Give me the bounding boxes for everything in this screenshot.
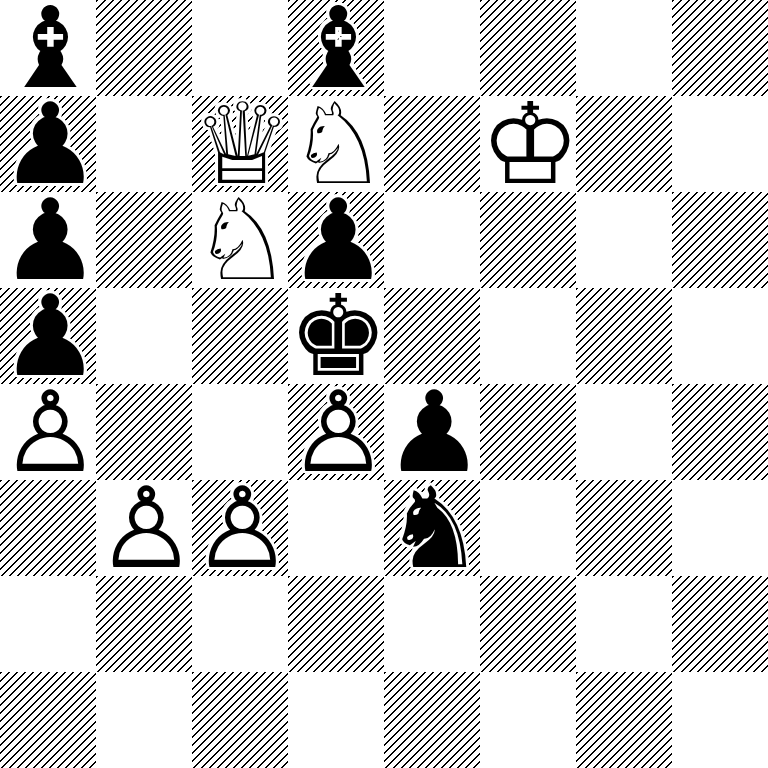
square-a3[interactable] — [0, 480, 96, 576]
square-e7[interactable] — [384, 96, 480, 192]
square-f3[interactable] — [480, 480, 576, 576]
square-b8[interactable] — [96, 0, 192, 96]
piece-black-knight[interactable]: ♞ — [384, 480, 480, 576]
knight-glyph: ♞ — [384, 480, 480, 576]
square-g4[interactable] — [576, 384, 672, 480]
square-h5[interactable] — [672, 288, 768, 384]
square-c1[interactable] — [192, 672, 288, 768]
piece-white-pawn[interactable]: ♟♙ — [96, 480, 192, 576]
square-h4[interactable] — [672, 384, 768, 480]
square-h1[interactable] — [672, 672, 768, 768]
square-d3[interactable] — [288, 480, 384, 576]
square-a4[interactable]: ♟♙ — [0, 384, 96, 480]
square-g5[interactable] — [576, 288, 672, 384]
square-h8[interactable] — [672, 0, 768, 96]
square-f2[interactable] — [480, 576, 576, 672]
square-g3[interactable] — [576, 480, 672, 576]
piece-white-king[interactable]: ♚♔ — [480, 96, 576, 192]
square-e6[interactable] — [384, 192, 480, 288]
square-e2[interactable] — [384, 576, 480, 672]
square-g8[interactable] — [576, 0, 672, 96]
pawn-glyph-outline: ♙ — [96, 480, 192, 576]
square-d2[interactable] — [288, 576, 384, 672]
square-f7[interactable]: ♚♔ — [480, 96, 576, 192]
square-c5[interactable] — [192, 288, 288, 384]
square-g2[interactable] — [576, 576, 672, 672]
piece-white-pawn[interactable]: ♟♙ — [288, 384, 384, 480]
square-h7[interactable] — [672, 96, 768, 192]
square-a1[interactable] — [0, 672, 96, 768]
square-f6[interactable] — [480, 192, 576, 288]
pawn-glyph-outline: ♙ — [192, 480, 288, 576]
king-glyph-outline: ♔ — [480, 96, 576, 192]
square-b6[interactable] — [96, 192, 192, 288]
pawn-glyph-outline: ♙ — [0, 384, 96, 480]
square-f5[interactable] — [480, 288, 576, 384]
square-f1[interactable] — [480, 672, 576, 768]
square-b5[interactable] — [96, 288, 192, 384]
knight-glyph-outline: ♘ — [192, 192, 288, 288]
square-d1[interactable] — [288, 672, 384, 768]
square-h3[interactable] — [672, 480, 768, 576]
square-c6[interactable]: ♞♘ — [192, 192, 288, 288]
square-h2[interactable] — [672, 576, 768, 672]
square-b7[interactable] — [96, 96, 192, 192]
square-h6[interactable] — [672, 192, 768, 288]
square-e1[interactable] — [384, 672, 480, 768]
piece-white-knight[interactable]: ♞♘ — [192, 192, 288, 288]
square-g1[interactable] — [576, 672, 672, 768]
square-e3[interactable]: ♞ — [384, 480, 480, 576]
square-b2[interactable] — [96, 576, 192, 672]
piece-white-pawn[interactable]: ♟♙ — [192, 480, 288, 576]
square-d4[interactable]: ♟♙ — [288, 384, 384, 480]
square-g7[interactable] — [576, 96, 672, 192]
square-c3[interactable]: ♟♙ — [192, 480, 288, 576]
square-f4[interactable] — [480, 384, 576, 480]
square-b1[interactable] — [96, 672, 192, 768]
square-c2[interactable] — [192, 576, 288, 672]
square-e8[interactable] — [384, 0, 480, 96]
chess-board: ♝♝♟♛♕♞♘♚♔♟♞♘♟♟♚♟♙♟♙♟♟♙♟♙♞ — [0, 0, 768, 768]
pawn-glyph-outline: ♙ — [288, 384, 384, 480]
square-b3[interactable]: ♟♙ — [96, 480, 192, 576]
piece-white-pawn[interactable]: ♟♙ — [0, 384, 96, 480]
square-a2[interactable] — [0, 576, 96, 672]
square-g6[interactable] — [576, 192, 672, 288]
